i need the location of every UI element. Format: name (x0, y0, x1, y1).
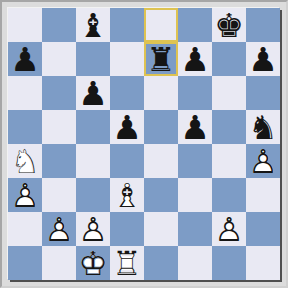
square-d7[interactable] (110, 42, 144, 76)
white-piece-outline: ♙ (8, 178, 42, 212)
black-pawn-a7[interactable]: ♟ (8, 42, 42, 76)
square-b6[interactable] (42, 76, 76, 110)
square-h3[interactable] (246, 178, 280, 212)
black-pawn-d5[interactable]: ♟ (110, 110, 144, 144)
square-c6[interactable]: ♟ (76, 76, 110, 110)
square-g4[interactable] (212, 144, 246, 178)
square-a3[interactable]: ♟♙ (8, 178, 42, 212)
white-rook-d1[interactable]: ♜♖ (110, 246, 144, 280)
square-e8[interactable] (144, 8, 178, 42)
square-d3[interactable]: ♝♗ (110, 178, 144, 212)
square-h8[interactable] (246, 8, 280, 42)
white-pawn-a3[interactable]: ♟♙ (8, 178, 42, 212)
white-piece-outline: ♙ (212, 212, 246, 246)
square-h6[interactable] (246, 76, 280, 110)
square-f4[interactable] (178, 144, 212, 178)
square-f1[interactable] (178, 246, 212, 280)
square-f8[interactable] (178, 8, 212, 42)
square-b8[interactable] (42, 8, 76, 42)
square-e3[interactable] (144, 178, 178, 212)
square-g3[interactable] (212, 178, 246, 212)
square-e5[interactable] (144, 110, 178, 144)
square-b3[interactable] (42, 178, 76, 212)
square-a2[interactable] (8, 212, 42, 246)
square-f5[interactable]: ♟ (178, 110, 212, 144)
square-b2[interactable]: ♟♙ (42, 212, 76, 246)
square-d4[interactable] (110, 144, 144, 178)
white-king-c1[interactable]: ♚♔ (76, 246, 110, 280)
square-f6[interactable] (178, 76, 212, 110)
black-pawn-h7[interactable]: ♟ (246, 42, 280, 76)
white-pawn-b2[interactable]: ♟♙ (42, 212, 76, 246)
square-c3[interactable] (76, 178, 110, 212)
square-b5[interactable] (42, 110, 76, 144)
square-d1[interactable]: ♜♖ (110, 246, 144, 280)
white-piece-outline: ♙ (76, 212, 110, 246)
square-a6[interactable] (8, 76, 42, 110)
square-c8[interactable]: ♝ (76, 8, 110, 42)
white-piece-outline: ♖ (110, 246, 144, 280)
square-a7[interactable]: ♟ (8, 42, 42, 76)
square-d6[interactable] (110, 76, 144, 110)
square-f2[interactable] (178, 212, 212, 246)
white-pawn-g2[interactable]: ♟♙ (212, 212, 246, 246)
square-g2[interactable]: ♟♙ (212, 212, 246, 246)
square-a4[interactable]: ♞♘ (8, 144, 42, 178)
square-c2[interactable]: ♟♙ (76, 212, 110, 246)
square-g8[interactable]: ♚ (212, 8, 246, 42)
square-c4[interactable] (76, 144, 110, 178)
square-f3[interactable] (178, 178, 212, 212)
square-c7[interactable] (76, 42, 110, 76)
black-pawn-c6[interactable]: ♟ (76, 76, 110, 110)
square-g1[interactable] (212, 246, 246, 280)
square-e7[interactable]: ♜ (144, 42, 178, 76)
white-piece-outline: ♔ (76, 246, 110, 280)
square-d5[interactable]: ♟ (110, 110, 144, 144)
square-c5[interactable] (76, 110, 110, 144)
square-h1[interactable] (246, 246, 280, 280)
chess-board: ♝♚♟♜♟♟♟♟♟♞♞♘♟♙♟♙♝♗♟♙♟♙♟♙♚♔♜♖ (8, 8, 280, 280)
square-g5[interactable] (212, 110, 246, 144)
black-knight-h5[interactable]: ♞ (246, 110, 280, 144)
square-g7[interactable] (212, 42, 246, 76)
square-b1[interactable] (42, 246, 76, 280)
square-a8[interactable] (8, 8, 42, 42)
square-f7[interactable]: ♟ (178, 42, 212, 76)
white-piece-outline: ♙ (42, 212, 76, 246)
square-g6[interactable] (212, 76, 246, 110)
black-king-g8[interactable]: ♚ (212, 8, 246, 42)
white-pawn-c2[interactable]: ♟♙ (76, 212, 110, 246)
square-h5[interactable]: ♞ (246, 110, 280, 144)
square-h4[interactable]: ♟♙ (246, 144, 280, 178)
square-h7[interactable]: ♟ (246, 42, 280, 76)
white-piece-outline: ♗ (110, 178, 144, 212)
black-pawn-f5[interactable]: ♟ (178, 110, 212, 144)
board-frame: ♝♚♟♜♟♟♟♟♟♞♞♘♟♙♟♙♝♗♟♙♟♙♟♙♚♔♜♖ (0, 0, 288, 288)
white-pawn-h4[interactable]: ♟♙ (246, 144, 280, 178)
white-bishop-d3[interactable]: ♝♗ (110, 178, 144, 212)
square-a5[interactable] (8, 110, 42, 144)
square-e6[interactable] (144, 76, 178, 110)
black-bishop-c8[interactable]: ♝ (76, 8, 110, 42)
square-d2[interactable] (110, 212, 144, 246)
square-c1[interactable]: ♚♔ (76, 246, 110, 280)
square-e2[interactable] (144, 212, 178, 246)
white-piece-outline: ♘ (8, 144, 42, 178)
black-rook-e7[interactable]: ♜ (144, 42, 178, 76)
square-b4[interactable] (42, 144, 76, 178)
white-knight-a4[interactable]: ♞♘ (8, 144, 42, 178)
square-a1[interactable] (8, 246, 42, 280)
white-piece-outline: ♙ (246, 144, 280, 178)
black-pawn-f7[interactable]: ♟ (178, 42, 212, 76)
square-h2[interactable] (246, 212, 280, 246)
square-e1[interactable] (144, 246, 178, 280)
square-e4[interactable] (144, 144, 178, 178)
square-d8[interactable] (110, 8, 144, 42)
square-b7[interactable] (42, 42, 76, 76)
